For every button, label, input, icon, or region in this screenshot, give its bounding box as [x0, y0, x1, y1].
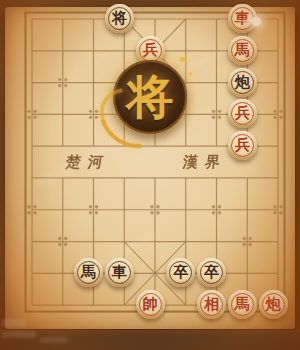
game-screen: 楚河 漢界 将車兵馬炮兵兵馬車卒卒帥相馬炮 将	[0, 0, 300, 350]
piece-glyph: 将	[112, 11, 127, 26]
move-spark-trail	[236, 20, 253, 22]
piece-glyph: 兵	[143, 43, 158, 58]
piece-glyph: 兵	[235, 138, 250, 153]
piece-red-elephant[interactable]: 相	[197, 290, 226, 319]
piece-glyph: 車	[112, 265, 127, 280]
piece-red-general[interactable]: 帥	[136, 290, 165, 319]
move-spark	[252, 17, 261, 26]
piece-red-horse-a[interactable]: 馬	[228, 36, 257, 65]
piece-glyph: 炮	[266, 297, 281, 312]
piece-glyph: 馬	[235, 43, 250, 58]
piece-glyph: 炮	[235, 75, 250, 90]
piece-red-cannon[interactable]: 炮	[259, 290, 288, 319]
corner-watermark-smudge	[2, 331, 36, 338]
river-label-han: 漢界	[182, 153, 229, 172]
piece-glyph: 相	[204, 297, 219, 312]
piece-glyph: 卒	[173, 265, 188, 280]
sparkle-dot	[180, 57, 185, 62]
sparkle-dot	[189, 72, 192, 75]
river-label-chu: 楚河	[65, 153, 112, 172]
piece-black-cannon[interactable]: 炮	[228, 68, 257, 97]
piece-glyph: 車	[235, 11, 250, 26]
corner-watermark-smudge	[2, 319, 26, 327]
piece-red-soldier-c[interactable]: 兵	[228, 131, 257, 160]
piece-glyph: 帥	[143, 297, 158, 312]
piece-red-soldier-b[interactable]: 兵	[228, 99, 257, 128]
piece-red-horse-b[interactable]: 馬	[228, 290, 257, 319]
corner-watermark-smudge	[40, 337, 68, 343]
piece-black-general[interactable]: 将	[105, 4, 134, 33]
piece-glyph: 兵	[235, 106, 250, 121]
piece-black-chariot[interactable]: 車	[105, 258, 134, 287]
piece-glyph: 卒	[204, 265, 219, 280]
piece-glyph: 馬	[235, 297, 250, 312]
piece-glyph: 馬	[81, 265, 96, 280]
